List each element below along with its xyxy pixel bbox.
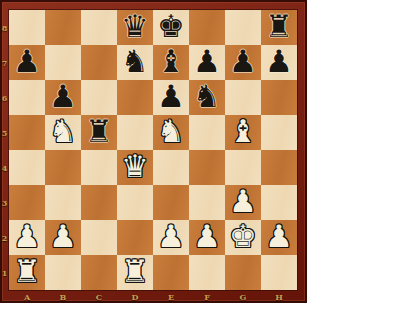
piece-white-queen: ♛ bbox=[121, 150, 149, 184]
piece-white-bishop: ♝ bbox=[229, 115, 257, 149]
square-c3[interactable] bbox=[81, 185, 117, 220]
square-e3[interactable] bbox=[153, 185, 189, 220]
square-f8[interactable] bbox=[189, 10, 225, 45]
square-c1[interactable] bbox=[81, 255, 117, 290]
piece-black-pawn: ♟ bbox=[157, 80, 185, 114]
square-b2[interactable]: ♟ bbox=[45, 220, 81, 255]
file-label-a: A bbox=[9, 290, 45, 303]
square-h8[interactable]: ♜ bbox=[261, 10, 297, 45]
square-d5[interactable] bbox=[117, 115, 153, 150]
board-squares: ♛♚♜♟♞♝♟♟♟♟♟♞♞♜♞♝♛♟♟♟♟♟♚♟♜♜ bbox=[9, 10, 297, 290]
square-e8[interactable]: ♚ bbox=[153, 10, 189, 45]
square-h4[interactable] bbox=[261, 150, 297, 185]
square-b7[interactable] bbox=[45, 45, 81, 80]
file-label-b: B bbox=[45, 290, 81, 303]
chess-board: 87654321 ♛♚♜♟♞♝♟♟♟♟♟♞♞♜♞♝♛♟♟♟♟♟♚♟♜♜ ABCD… bbox=[0, 0, 307, 303]
file-label-h: H bbox=[261, 290, 297, 303]
piece-black-pawn: ♟ bbox=[193, 45, 221, 79]
piece-black-rook: ♜ bbox=[85, 115, 113, 149]
rank-label-5: 5 bbox=[0, 115, 9, 150]
square-g4[interactable] bbox=[225, 150, 261, 185]
piece-black-pawn: ♟ bbox=[13, 45, 41, 79]
piece-white-rook: ♜ bbox=[121, 255, 149, 289]
square-h2[interactable]: ♟ bbox=[261, 220, 297, 255]
square-g5[interactable]: ♝ bbox=[225, 115, 261, 150]
square-d1[interactable]: ♜ bbox=[117, 255, 153, 290]
square-b8[interactable] bbox=[45, 10, 81, 45]
rank-label-6: 6 bbox=[0, 80, 9, 115]
square-f6[interactable]: ♞ bbox=[189, 80, 225, 115]
square-h5[interactable] bbox=[261, 115, 297, 150]
piece-white-knight: ♞ bbox=[157, 115, 185, 149]
file-label-g: G bbox=[225, 290, 261, 303]
square-c7[interactable] bbox=[81, 45, 117, 80]
square-g2[interactable]: ♚ bbox=[225, 220, 261, 255]
square-c2[interactable] bbox=[81, 220, 117, 255]
square-d7[interactable]: ♞ bbox=[117, 45, 153, 80]
file-labels: ABCDEFGH bbox=[9, 290, 297, 303]
rank-labels: 87654321 bbox=[0, 10, 9, 290]
square-b5[interactable]: ♞ bbox=[45, 115, 81, 150]
square-b6[interactable]: ♟ bbox=[45, 80, 81, 115]
file-label-d: D bbox=[117, 290, 153, 303]
file-label-e: E bbox=[153, 290, 189, 303]
square-a7[interactable]: ♟ bbox=[9, 45, 45, 80]
piece-black-queen: ♛ bbox=[121, 10, 149, 44]
square-d4[interactable]: ♛ bbox=[117, 150, 153, 185]
square-e4[interactable] bbox=[153, 150, 189, 185]
rank-label-8: 8 bbox=[0, 10, 9, 45]
square-g1[interactable] bbox=[225, 255, 261, 290]
square-d6[interactable] bbox=[117, 80, 153, 115]
rank-label-3: 3 bbox=[0, 185, 9, 220]
square-d3[interactable] bbox=[117, 185, 153, 220]
square-g7[interactable]: ♟ bbox=[225, 45, 261, 80]
square-a4[interactable] bbox=[9, 150, 45, 185]
piece-white-pawn: ♟ bbox=[157, 220, 185, 254]
square-a3[interactable] bbox=[9, 185, 45, 220]
piece-white-knight: ♞ bbox=[49, 115, 77, 149]
piece-white-pawn: ♟ bbox=[13, 220, 41, 254]
square-b3[interactable] bbox=[45, 185, 81, 220]
piece-black-pawn: ♟ bbox=[229, 45, 257, 79]
square-e6[interactable]: ♟ bbox=[153, 80, 189, 115]
square-d2[interactable] bbox=[117, 220, 153, 255]
rank-label-1: 1 bbox=[0, 255, 9, 290]
rank-label-4: 4 bbox=[0, 150, 9, 185]
square-a8[interactable] bbox=[9, 10, 45, 45]
rank-label-7: 7 bbox=[0, 45, 9, 80]
piece-black-knight: ♞ bbox=[193, 80, 221, 114]
piece-black-pawn: ♟ bbox=[265, 45, 293, 79]
piece-black-knight: ♞ bbox=[121, 45, 149, 79]
piece-black-bishop: ♝ bbox=[157, 45, 185, 79]
square-f7[interactable]: ♟ bbox=[189, 45, 225, 80]
piece-black-pawn: ♟ bbox=[49, 80, 77, 114]
square-g8[interactable] bbox=[225, 10, 261, 45]
piece-black-king: ♚ bbox=[157, 10, 185, 44]
piece-white-pawn: ♟ bbox=[193, 220, 221, 254]
square-f2[interactable]: ♟ bbox=[189, 220, 225, 255]
square-c8[interactable] bbox=[81, 10, 117, 45]
piece-white-rook: ♜ bbox=[13, 255, 41, 289]
piece-black-rook: ♜ bbox=[265, 10, 293, 44]
square-e2[interactable]: ♟ bbox=[153, 220, 189, 255]
square-e5[interactable]: ♞ bbox=[153, 115, 189, 150]
square-g6[interactable] bbox=[225, 80, 261, 115]
square-f5[interactable] bbox=[189, 115, 225, 150]
piece-white-king: ♚ bbox=[229, 220, 257, 254]
square-b1[interactable] bbox=[45, 255, 81, 290]
square-f1[interactable] bbox=[189, 255, 225, 290]
piece-white-pawn: ♟ bbox=[229, 185, 257, 219]
square-b4[interactable] bbox=[45, 150, 81, 185]
square-h1[interactable] bbox=[261, 255, 297, 290]
square-a5[interactable] bbox=[9, 115, 45, 150]
square-f4[interactable] bbox=[189, 150, 225, 185]
square-e7[interactable]: ♝ bbox=[153, 45, 189, 80]
piece-white-pawn: ♟ bbox=[265, 220, 293, 254]
square-a6[interactable] bbox=[9, 80, 45, 115]
square-d8[interactable]: ♛ bbox=[117, 10, 153, 45]
square-e1[interactable] bbox=[153, 255, 189, 290]
square-c5[interactable]: ♜ bbox=[81, 115, 117, 150]
piece-white-pawn: ♟ bbox=[49, 220, 77, 254]
square-g3[interactable]: ♟ bbox=[225, 185, 261, 220]
square-c4[interactable] bbox=[81, 150, 117, 185]
square-h6[interactable] bbox=[261, 80, 297, 115]
square-f3[interactable] bbox=[189, 185, 225, 220]
square-a1[interactable]: ♜ bbox=[9, 255, 45, 290]
square-h3[interactable] bbox=[261, 185, 297, 220]
file-label-f: F bbox=[189, 290, 225, 303]
square-a2[interactable]: ♟ bbox=[9, 220, 45, 255]
square-c6[interactable] bbox=[81, 80, 117, 115]
square-h7[interactable]: ♟ bbox=[261, 45, 297, 80]
rank-label-2: 2 bbox=[0, 220, 9, 255]
page: 87654321 ♛♚♜♟♞♝♟♟♟♟♟♞♞♜♞♝♛♟♟♟♟♟♚♟♜♜ ABCD… bbox=[0, 0, 414, 311]
file-label-c: C bbox=[81, 290, 117, 303]
